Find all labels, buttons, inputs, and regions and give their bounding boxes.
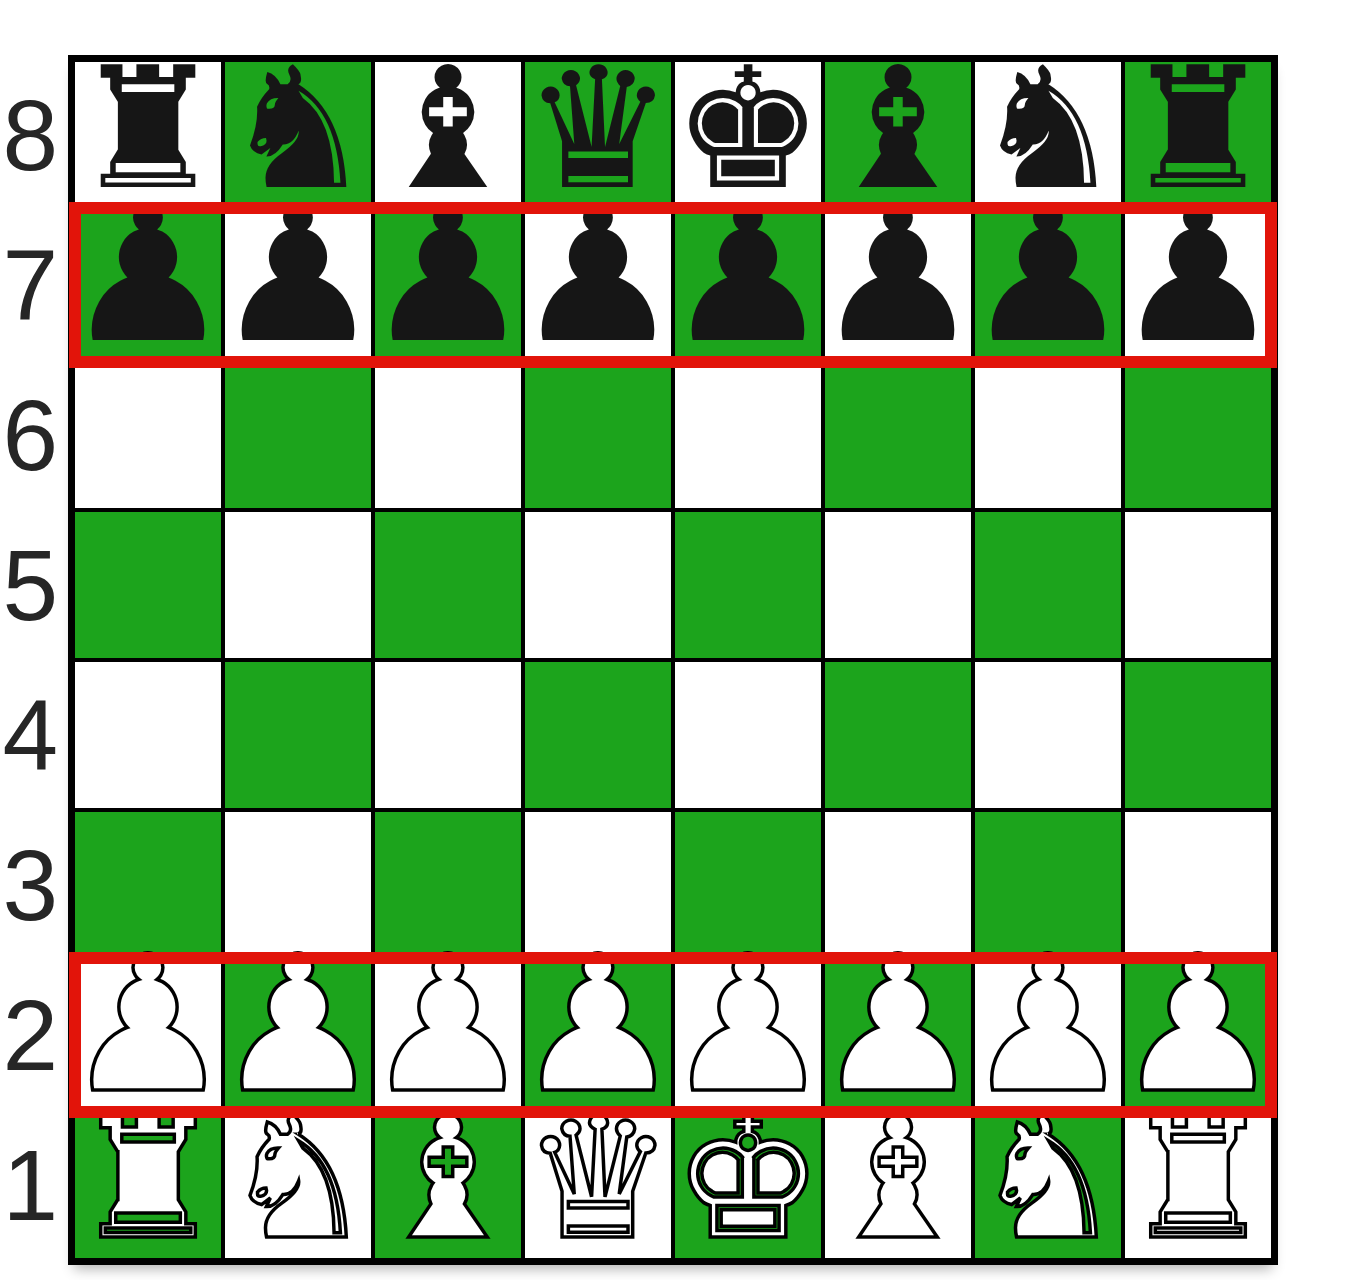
square-b5[interactable]	[223, 510, 373, 660]
square-f7[interactable]: ♟	[823, 210, 973, 360]
white-queen-piece: ♛	[523, 1095, 674, 1263]
square-e1[interactable]: ♚	[673, 1110, 823, 1260]
black-pawn-piece: ♟	[664, 181, 833, 369]
square-c4[interactable]	[373, 660, 523, 810]
black-pawn-piece: ♟	[214, 181, 383, 369]
square-a1[interactable]: ♜	[73, 1110, 223, 1260]
black-pawn-piece: ♟	[64, 181, 233, 369]
square-d4[interactable]	[523, 660, 673, 810]
rank-label-2: 2	[0, 960, 58, 1110]
chessboard: ♜♞♝♛♚♝♞♜♟♟♟♟♟♟♟♟♟♟♟♟♟♟♟♟♜♞♝♛♚♝♞♜	[68, 55, 1278, 1265]
rank-labels: 87654321	[0, 55, 58, 1265]
square-g7[interactable]: ♟	[973, 210, 1123, 360]
square-g5[interactable]	[973, 510, 1123, 660]
black-pawn-piece: ♟	[514, 181, 683, 369]
white-king-piece: ♚	[673, 1095, 824, 1263]
square-f5[interactable]	[823, 510, 973, 660]
square-b7[interactable]: ♟	[223, 210, 373, 360]
square-d1[interactable]: ♛	[523, 1110, 673, 1260]
square-g1[interactable]: ♞	[973, 1110, 1123, 1260]
square-c7[interactable]: ♟	[373, 210, 523, 360]
white-rook-piece: ♜	[73, 1095, 224, 1263]
white-rook-piece: ♜	[1123, 1095, 1274, 1263]
white-knight-piece: ♞	[223, 1095, 374, 1263]
rank-label-3: 3	[0, 810, 58, 960]
square-b4[interactable]	[223, 660, 373, 810]
square-h4[interactable]	[1123, 660, 1273, 810]
white-bishop-piece: ♝	[823, 1095, 974, 1263]
square-h7[interactable]: ♟	[1123, 210, 1273, 360]
square-d5[interactable]	[523, 510, 673, 660]
square-e5[interactable]	[673, 510, 823, 660]
square-g4[interactable]	[973, 660, 1123, 810]
square-a4[interactable]	[73, 660, 223, 810]
rank-label-7: 7	[0, 210, 58, 360]
square-a5[interactable]	[73, 510, 223, 660]
white-bishop-piece: ♝	[373, 1095, 524, 1263]
square-e4[interactable]	[673, 660, 823, 810]
rank-label-8: 8	[0, 60, 58, 210]
black-pawn-piece: ♟	[1114, 181, 1283, 369]
black-pawn-piece: ♟	[814, 181, 983, 369]
square-b1[interactable]: ♞	[223, 1110, 373, 1260]
square-d7[interactable]: ♟	[523, 210, 673, 360]
square-e7[interactable]: ♟	[673, 210, 823, 360]
square-h1[interactable]: ♜	[1123, 1110, 1273, 1260]
square-h5[interactable]	[1123, 510, 1273, 660]
square-f4[interactable]	[823, 660, 973, 810]
board-grid: ♜♞♝♛♚♝♞♜♟♟♟♟♟♟♟♟♟♟♟♟♟♟♟♟♜♞♝♛♚♝♞♜	[73, 60, 1273, 1260]
rank-label-4: 4	[0, 660, 58, 810]
rank-label-6: 6	[0, 360, 58, 510]
rank-label-5: 5	[0, 510, 58, 660]
square-c1[interactable]: ♝	[373, 1110, 523, 1260]
black-pawn-piece: ♟	[364, 181, 533, 369]
white-knight-piece: ♞	[973, 1095, 1124, 1263]
black-pawn-piece: ♟	[964, 181, 1133, 369]
square-c5[interactable]	[373, 510, 523, 660]
rank-label-1: 1	[0, 1110, 58, 1260]
square-a7[interactable]: ♟	[73, 210, 223, 360]
square-f1[interactable]: ♝	[823, 1110, 973, 1260]
